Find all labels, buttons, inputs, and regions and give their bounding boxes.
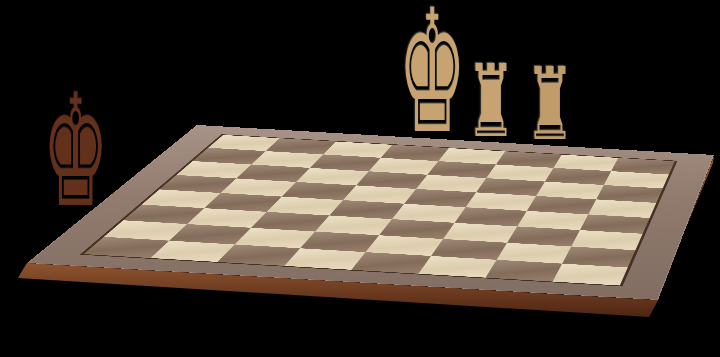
board-square[interactable] bbox=[486, 260, 563, 282]
white-rook-2-piece[interactable]: ♜ bbox=[505, 55, 595, 155]
board-square[interactable] bbox=[418, 256, 496, 278]
black-king-piece[interactable]: ♚ bbox=[6, 74, 145, 229]
black-king-glyph: ♚ bbox=[42, 74, 109, 229]
chess-scene: ♚ ♚ ♜ ♜ bbox=[0, 0, 720, 357]
white-rook-2-glyph: ♜ bbox=[525, 55, 574, 155]
board-square[interactable] bbox=[553, 264, 628, 286]
